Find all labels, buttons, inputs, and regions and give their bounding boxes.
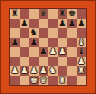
square-h4[interactable]: ♝ xyxy=(77,47,87,57)
square-e7[interactable] xyxy=(48,19,58,29)
square-e5[interactable] xyxy=(48,38,58,48)
piece-white-pawn[interactable]: ♟ xyxy=(49,47,57,56)
piece-white-pawn[interactable]: ♟ xyxy=(77,57,85,66)
square-a5[interactable]: ♟ xyxy=(10,38,20,48)
piece-white-pawn[interactable]: ♟ xyxy=(39,66,47,75)
piece-white-pawn[interactable]: ♟ xyxy=(58,47,66,56)
square-a2[interactable]: ♟ xyxy=(10,66,20,76)
piece-white-pawn[interactable]: ♟ xyxy=(30,66,38,75)
square-g1[interactable] xyxy=(67,76,77,86)
square-e6[interactable] xyxy=(48,28,58,38)
square-e3[interactable] xyxy=(48,57,58,67)
square-a1[interactable] xyxy=(10,76,20,86)
square-f3[interactable] xyxy=(58,57,68,67)
square-d1[interactable]: ♛ xyxy=(39,76,49,86)
square-c7[interactable] xyxy=(29,19,39,29)
square-g6[interactable] xyxy=(67,28,77,38)
square-h7[interactable]: ♟ xyxy=(77,19,87,29)
square-a4[interactable] xyxy=(10,47,20,57)
square-a3[interactable] xyxy=(10,57,20,67)
square-d4[interactable]: ♟ xyxy=(39,47,49,57)
square-g2[interactable] xyxy=(67,66,77,76)
piece-white-pawn[interactable]: ♟ xyxy=(11,66,19,75)
piece-black-knight[interactable]: ♞ xyxy=(30,28,38,37)
piece-white-queen[interactable]: ♛ xyxy=(39,76,47,85)
square-a8[interactable]: ♜ xyxy=(10,9,20,19)
square-e8[interactable] xyxy=(48,9,58,19)
piece-white-rook[interactable]: ♜ xyxy=(77,66,85,75)
square-h8[interactable] xyxy=(77,9,87,19)
piece-black-rook[interactable]: ♜ xyxy=(58,9,66,18)
square-c4[interactable] xyxy=(29,47,39,57)
piece-black-king[interactable]: ♚ xyxy=(68,9,76,18)
square-f2[interactable] xyxy=(58,66,68,76)
piece-black-rook[interactable]: ♜ xyxy=(11,9,19,18)
piece-black-pawn[interactable]: ♟ xyxy=(58,19,66,28)
square-b6[interactable] xyxy=(20,28,30,38)
piece-white-knight[interactable]: ♞ xyxy=(49,66,57,75)
piece-white-rook[interactable]: ♜ xyxy=(58,76,66,85)
square-f4[interactable]: ♟ xyxy=(58,47,68,57)
chess-board: ♜♛♜♚♟♟♟♟♞♟♟♝♟♟♟♝♟♟♟♟♟♞♜♚♛♜ xyxy=(10,9,86,85)
square-g3[interactable] xyxy=(67,57,77,67)
piece-white-bishop[interactable]: ♝ xyxy=(77,38,85,47)
square-b7[interactable]: ♟ xyxy=(20,19,30,29)
square-d5[interactable] xyxy=(39,38,49,48)
piece-black-queen[interactable]: ♛ xyxy=(39,9,47,18)
piece-black-pawn[interactable]: ♟ xyxy=(11,38,19,47)
square-g7[interactable]: ♟ xyxy=(67,19,77,29)
square-e1[interactable] xyxy=(48,76,58,86)
piece-black-pawn[interactable]: ♟ xyxy=(77,19,85,28)
square-b3[interactable] xyxy=(20,57,30,67)
square-c6[interactable]: ♞ xyxy=(29,28,39,38)
square-a7[interactable] xyxy=(10,19,20,29)
square-g4[interactable] xyxy=(67,47,77,57)
square-c3[interactable] xyxy=(29,57,39,67)
square-d2[interactable]: ♟ xyxy=(39,66,49,76)
square-f7[interactable]: ♟ xyxy=(58,19,68,29)
square-f1[interactable]: ♜ xyxy=(58,76,68,86)
square-c8[interactable] xyxy=(29,9,39,19)
square-d6[interactable] xyxy=(39,28,49,38)
square-g5[interactable] xyxy=(67,38,77,48)
square-b1[interactable] xyxy=(20,76,30,86)
piece-black-pawn[interactable]: ♟ xyxy=(30,38,38,47)
piece-black-bishop[interactable]: ♝ xyxy=(77,47,85,56)
square-b4[interactable] xyxy=(20,47,30,57)
square-b8[interactable] xyxy=(20,9,30,19)
square-e4[interactable]: ♟ xyxy=(48,47,58,57)
square-c2[interactable]: ♟ xyxy=(29,66,39,76)
square-g8[interactable]: ♚ xyxy=(67,9,77,19)
piece-white-pawn[interactable]: ♟ xyxy=(20,66,28,75)
square-f6[interactable] xyxy=(58,28,68,38)
square-d7[interactable] xyxy=(39,19,49,29)
chess-board-screenshot: ♜♛♜♚♟♟♟♟♞♟♟♝♟♟♟♝♟♟♟♟♟♞♜♚♛♜ xyxy=(0,0,96,94)
square-b5[interactable] xyxy=(20,38,30,48)
square-d3[interactable] xyxy=(39,57,49,67)
square-a6[interactable] xyxy=(10,28,20,38)
piece-black-pawn[interactable]: ♟ xyxy=(39,47,47,56)
square-h3[interactable]: ♟ xyxy=(77,57,87,67)
piece-white-king[interactable]: ♚ xyxy=(30,76,38,85)
square-h1[interactable] xyxy=(77,76,87,86)
square-h5[interactable]: ♝ xyxy=(77,38,87,48)
square-f5[interactable] xyxy=(58,38,68,48)
square-e2[interactable]: ♞ xyxy=(48,66,58,76)
square-h2[interactable]: ♜ xyxy=(77,66,87,76)
square-c5[interactable]: ♟ xyxy=(29,38,39,48)
square-b2[interactable]: ♟ xyxy=(20,66,30,76)
piece-black-pawn[interactable]: ♟ xyxy=(20,19,28,28)
square-h6[interactable] xyxy=(77,28,87,38)
square-c1[interactable]: ♚ xyxy=(29,76,39,86)
piece-black-pawn[interactable]: ♟ xyxy=(68,19,76,28)
square-d8[interactable]: ♛ xyxy=(39,9,49,19)
square-f8[interactable]: ♜ xyxy=(58,9,68,19)
